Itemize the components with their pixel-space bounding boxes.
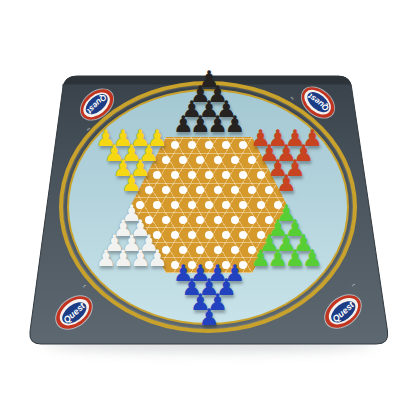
- board-hole[interactable]: [257, 201, 265, 209]
- brand-logo-text: Quest: [330, 299, 356, 324]
- board-hole[interactable]: [231, 186, 239, 194]
- brand-logo-text: Quest: [61, 300, 87, 325]
- board-hole[interactable]: [145, 186, 153, 194]
- peg-red[interactable]: ♟: [273, 172, 299, 195]
- board-hole[interactable]: [179, 216, 187, 224]
- board-hole[interactable]: [188, 141, 196, 149]
- peg-blue[interactable]: ♟: [196, 306, 222, 329]
- brand-logo-text: Quest: [85, 93, 108, 116]
- board-hole[interactable]: [188, 201, 196, 209]
- board-hole[interactable]: [171, 171, 179, 179]
- board-hole[interactable]: [196, 156, 204, 164]
- board-hole[interactable]: [231, 216, 239, 224]
- board-hole[interactable]: [179, 186, 187, 194]
- board-hole[interactable]: [196, 186, 204, 194]
- board-hole[interactable]: [248, 186, 256, 194]
- board-hole[interactable]: [205, 171, 213, 179]
- board-hole[interactable]: [239, 141, 247, 149]
- board-hole[interactable]: [214, 156, 222, 164]
- star-board: ♟♟♟♟♟♟♟♟♟♟♟♟♟♟♟♟♟♟♟♟♟♟♟♟♟♟♟♟♟♟♟♟♟♟♟♟♟♟♟♟…: [0, 0, 416, 416]
- board-hole[interactable]: [205, 201, 213, 209]
- peg-white[interactable]: ♟: [144, 247, 170, 270]
- board-hole[interactable]: [231, 246, 239, 254]
- board-hole[interactable]: [162, 216, 170, 224]
- board-hole[interactable]: [222, 201, 230, 209]
- board-hole[interactable]: [214, 186, 222, 194]
- peg-black[interactable]: ♟: [222, 113, 248, 136]
- board-hole[interactable]: [222, 141, 230, 149]
- board-hole[interactable]: [171, 231, 179, 239]
- board-hole[interactable]: [239, 171, 247, 179]
- board-hole[interactable]: [196, 246, 204, 254]
- board-hole[interactable]: [214, 246, 222, 254]
- peg-yellow[interactable]: ♟: [119, 172, 145, 195]
- peg-green[interactable]: ♟: [299, 247, 325, 270]
- board-hole[interactable]: [222, 231, 230, 239]
- board-hole[interactable]: [171, 201, 179, 209]
- board-hole[interactable]: [239, 231, 247, 239]
- chinese-checkers-scene: ♟♟♟♟♟♟♟♟♟♟♟♟♟♟♟♟♟♟♟♟♟♟♟♟♟♟♟♟♟♟♟♟♟♟♟♟♟♟♟♟…: [0, 0, 416, 416]
- board-hole[interactable]: [205, 231, 213, 239]
- board-hole[interactable]: [265, 186, 273, 194]
- board-hole[interactable]: [239, 201, 247, 209]
- board-hole[interactable]: [248, 156, 256, 164]
- board-hole[interactable]: [222, 171, 230, 179]
- board-hole[interactable]: [257, 171, 265, 179]
- board-hole[interactable]: [179, 246, 187, 254]
- brand-logo-text: Quest: [306, 92, 330, 113]
- board-hole[interactable]: [162, 156, 170, 164]
- board-hole[interactable]: [196, 216, 204, 224]
- board-hole[interactable]: [171, 141, 179, 149]
- board-hole[interactable]: [248, 216, 256, 224]
- board-hole[interactable]: [179, 156, 187, 164]
- board-hole[interactable]: [231, 156, 239, 164]
- board-hole[interactable]: [205, 141, 213, 149]
- board-hole[interactable]: [188, 171, 196, 179]
- board-hole[interactable]: [214, 216, 222, 224]
- board-hole[interactable]: [162, 186, 170, 194]
- board-hole[interactable]: [153, 171, 161, 179]
- board-hole[interactable]: [153, 201, 161, 209]
- board-hole[interactable]: [188, 231, 196, 239]
